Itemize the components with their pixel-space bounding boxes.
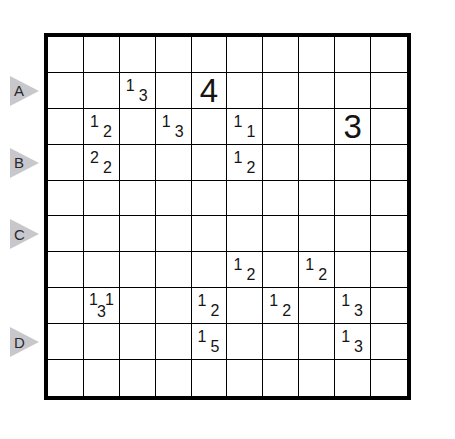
cell-r5c3[interactable] bbox=[120, 181, 156, 217]
cell-r3c5[interactable] bbox=[192, 109, 228, 145]
clue-value: 1 bbox=[233, 257, 242, 273]
cell-r6c9[interactable] bbox=[335, 216, 371, 252]
clue-value: 3 bbox=[97, 304, 106, 320]
cell-r9c1[interactable] bbox=[48, 324, 84, 360]
clue-value: 1 bbox=[105, 292, 114, 308]
clue-value: 1 bbox=[198, 329, 207, 345]
cell-r9c2[interactable] bbox=[84, 324, 120, 360]
puzzle-canvas: 1341213113221212121131212131513 ABCD bbox=[0, 0, 455, 439]
cell-r10c6[interactable] bbox=[227, 360, 263, 396]
cell-r2c8[interactable] bbox=[299, 73, 335, 109]
row-marker-label: D bbox=[14, 327, 25, 357]
cell-r1c6[interactable] bbox=[227, 37, 263, 73]
cell-r10c2[interactable] bbox=[84, 360, 120, 396]
cell-r3c2[interactable]: 12 bbox=[84, 109, 120, 145]
cell-r7c4[interactable] bbox=[156, 252, 192, 288]
cell-r4c3[interactable] bbox=[120, 145, 156, 181]
cell-r8c8[interactable] bbox=[299, 288, 335, 324]
cell-r9c7[interactable] bbox=[263, 324, 299, 360]
cell-r4c1[interactable] bbox=[48, 145, 84, 181]
cell-r1c8[interactable] bbox=[299, 37, 335, 73]
cell-r2c9[interactable] bbox=[335, 73, 371, 109]
clue-value: 2 bbox=[282, 303, 291, 319]
cell-r4c8[interactable] bbox=[299, 145, 335, 181]
cell-r5c9[interactable] bbox=[335, 181, 371, 217]
clue-value: 1 bbox=[90, 114, 99, 130]
cell-r6c6[interactable] bbox=[227, 216, 263, 252]
cell-r8c3[interactable] bbox=[120, 288, 156, 324]
cell-r1c4[interactable] bbox=[156, 37, 192, 73]
cell-r6c8[interactable] bbox=[299, 216, 335, 252]
cell-r5c1[interactable] bbox=[48, 181, 84, 217]
cell-r6c1[interactable] bbox=[48, 216, 84, 252]
cell-r7c1[interactable] bbox=[48, 252, 84, 288]
cell-r5c5[interactable] bbox=[192, 181, 228, 217]
cell-r7c6[interactable]: 12 bbox=[227, 252, 263, 288]
clue-value: 3 bbox=[335, 109, 370, 144]
row-marker-D: D bbox=[10, 327, 39, 357]
cell-r1c1[interactable] bbox=[48, 37, 84, 73]
cell-r4c6[interactable]: 12 bbox=[227, 145, 263, 181]
cell-r5c7[interactable] bbox=[263, 181, 299, 217]
clue-value: 3 bbox=[175, 124, 184, 140]
cell-r7c5[interactable] bbox=[192, 252, 228, 288]
cell-r5c6[interactable] bbox=[227, 181, 263, 217]
cell-r3c9[interactable]: 3 bbox=[335, 109, 371, 145]
clue-value: 2 bbox=[211, 303, 220, 319]
cell-r3c10[interactable] bbox=[371, 109, 407, 145]
cell-r6c7[interactable] bbox=[263, 216, 299, 252]
clue-value: 2 bbox=[103, 124, 112, 140]
cell-r1c10[interactable] bbox=[371, 37, 407, 73]
cell-r3c8[interactable] bbox=[299, 109, 335, 145]
cell-r8c6[interactable] bbox=[227, 288, 263, 324]
clue-value: 1 bbox=[233, 150, 242, 166]
cell-r10c1[interactable] bbox=[48, 360, 84, 396]
cell-r5c4[interactable] bbox=[156, 181, 192, 217]
tapa-board: 1341213113221212121131212131513 bbox=[44, 33, 411, 400]
cell-r3c6[interactable]: 11 bbox=[227, 109, 263, 145]
row-marker-C: C bbox=[10, 219, 39, 249]
clue-value: 3 bbox=[354, 303, 363, 319]
cell-r4c4[interactable] bbox=[156, 145, 192, 181]
clue-value: 1 bbox=[162, 114, 171, 130]
clue-value: 1 bbox=[305, 257, 314, 273]
cell-r1c5[interactable] bbox=[192, 37, 228, 73]
cell-r8c2[interactable]: 113 bbox=[84, 288, 120, 324]
clue-value: 2 bbox=[103, 160, 112, 176]
cell-r2c7[interactable] bbox=[263, 73, 299, 109]
cell-r8c1[interactable] bbox=[48, 288, 84, 324]
cell-r6c2[interactable] bbox=[84, 216, 120, 252]
row-marker-label: C bbox=[14, 219, 25, 249]
cell-r9c8[interactable] bbox=[299, 324, 335, 360]
cell-r9c9[interactable]: 13 bbox=[335, 324, 371, 360]
cell-r5c10[interactable] bbox=[371, 181, 407, 217]
cell-r1c7[interactable] bbox=[263, 37, 299, 73]
cell-r7c8[interactable]: 12 bbox=[299, 252, 335, 288]
cell-r4c2[interactable]: 22 bbox=[84, 145, 120, 181]
cell-r4c5[interactable] bbox=[192, 145, 228, 181]
cell-r8c7[interactable]: 12 bbox=[263, 288, 299, 324]
cell-r4c9[interactable] bbox=[335, 145, 371, 181]
clue-value: 1 bbox=[341, 293, 350, 309]
cell-r8c4[interactable] bbox=[156, 288, 192, 324]
cell-r2c2[interactable] bbox=[84, 73, 120, 109]
clue-value: 2 bbox=[246, 160, 255, 176]
cell-r1c2[interactable] bbox=[84, 37, 120, 73]
cell-r7c9[interactable] bbox=[335, 252, 371, 288]
cell-r4c10[interactable] bbox=[371, 145, 407, 181]
board-grid: 1341213113221212121131212131513 bbox=[48, 37, 407, 396]
cell-r9c5[interactable]: 15 bbox=[192, 324, 228, 360]
cell-r2c5[interactable]: 4 bbox=[192, 73, 228, 109]
clue-value: 4 bbox=[192, 73, 227, 108]
clue-value: 1 bbox=[233, 114, 242, 130]
clue-value: 2 bbox=[90, 150, 99, 166]
cell-r7c7[interactable] bbox=[263, 252, 299, 288]
cell-r2c10[interactable] bbox=[371, 73, 407, 109]
cell-r2c4[interactable] bbox=[156, 73, 192, 109]
cell-r4c7[interactable] bbox=[263, 145, 299, 181]
clue-value: 3 bbox=[354, 339, 363, 355]
row-marker-label: A bbox=[14, 76, 24, 106]
row-marker-A: A bbox=[10, 76, 39, 106]
cell-r5c8[interactable] bbox=[299, 181, 335, 217]
clue-value: 1 bbox=[269, 293, 278, 309]
cell-r7c2[interactable] bbox=[84, 252, 120, 288]
cell-r10c10[interactable] bbox=[371, 360, 407, 396]
cell-r8c5[interactable]: 12 bbox=[192, 288, 228, 324]
clue-value: 3 bbox=[139, 88, 148, 104]
cell-r8c10[interactable] bbox=[371, 288, 407, 324]
cell-r3c7[interactable] bbox=[263, 109, 299, 145]
cell-r8c9[interactable]: 13 bbox=[335, 288, 371, 324]
cell-r7c3[interactable] bbox=[120, 252, 156, 288]
clue-value: 1 bbox=[341, 329, 350, 345]
cell-r3c3[interactable] bbox=[120, 109, 156, 145]
cell-r9c6[interactable] bbox=[227, 324, 263, 360]
clue-value: 1 bbox=[126, 78, 135, 94]
cell-r10c9[interactable] bbox=[335, 360, 371, 396]
cell-r6c3[interactable] bbox=[120, 216, 156, 252]
cell-r3c4[interactable]: 13 bbox=[156, 109, 192, 145]
clue-value: 5 bbox=[211, 339, 220, 355]
clue-value: 2 bbox=[318, 267, 327, 283]
row-marker-B: B bbox=[10, 148, 39, 178]
cell-r10c5[interactable] bbox=[192, 360, 228, 396]
cell-r6c10[interactable] bbox=[371, 216, 407, 252]
cell-r6c4[interactable] bbox=[156, 216, 192, 252]
cell-r5c2[interactable] bbox=[84, 181, 120, 217]
cell-r9c4[interactable] bbox=[156, 324, 192, 360]
row-marker-label: B bbox=[14, 148, 24, 178]
clue-value: 1 bbox=[246, 124, 255, 140]
cell-r9c10[interactable] bbox=[371, 324, 407, 360]
cell-r2c3[interactable]: 13 bbox=[120, 73, 156, 109]
cell-r1c9[interactable] bbox=[335, 37, 371, 73]
clue-value: 2 bbox=[246, 267, 255, 283]
clue-value: 1 bbox=[198, 293, 207, 309]
cell-r9c3[interactable] bbox=[120, 324, 156, 360]
cell-r1c3[interactable] bbox=[120, 37, 156, 73]
cell-r3c1[interactable] bbox=[48, 109, 84, 145]
cell-r10c4[interactable] bbox=[156, 360, 192, 396]
cell-r2c1[interactable] bbox=[48, 73, 84, 109]
cell-r10c3[interactable] bbox=[120, 360, 156, 396]
cell-r6c5[interactable] bbox=[192, 216, 228, 252]
cell-r10c8[interactable] bbox=[299, 360, 335, 396]
cell-r7c10[interactable] bbox=[371, 252, 407, 288]
cell-r2c6[interactable] bbox=[227, 73, 263, 109]
cell-r10c7[interactable] bbox=[263, 360, 299, 396]
